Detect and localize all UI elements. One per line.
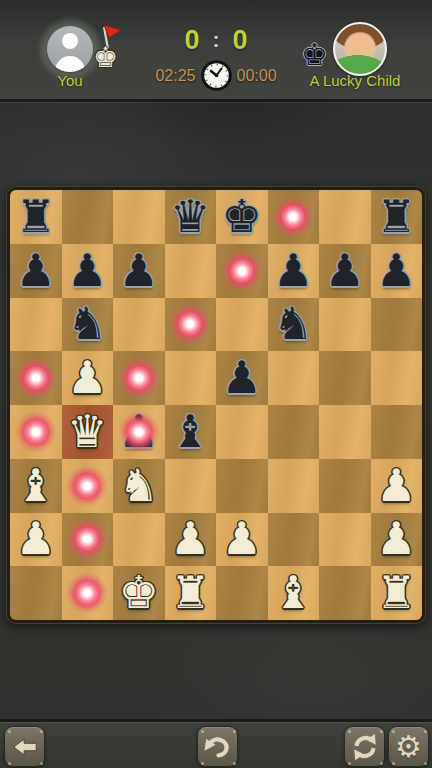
square-a2[interactable]: ♟ [10, 513, 62, 567]
square-g6[interactable] [319, 298, 371, 352]
square-h7[interactable]: ♟ [371, 244, 423, 298]
square-g3[interactable] [319, 459, 371, 513]
piece-white-bishop: ♝ [16, 460, 56, 512]
square-h5[interactable] [371, 351, 423, 405]
piece-white-pawn: ♟ [16, 513, 56, 565]
square-d5[interactable] [165, 351, 217, 405]
piece-black-pawn: ♟ [119, 245, 159, 297]
timer-opponent: 00:00 [237, 67, 277, 85]
square-g8[interactable] [319, 190, 371, 244]
square-f3[interactable] [268, 459, 320, 513]
square-a3[interactable]: ♝ [10, 459, 62, 513]
square-a6[interactable] [10, 298, 62, 352]
piece-white-queen: ♛ [67, 406, 107, 458]
square-g7[interactable]: ♟ [319, 244, 371, 298]
square-g1[interactable] [319, 566, 371, 620]
back-button[interactable] [4, 726, 45, 767]
piece-white-pawn: ♟ [170, 513, 210, 565]
bottom-toolbar: ⚙ [0, 722, 432, 768]
square-h6[interactable] [371, 298, 423, 352]
move-hint-dot [15, 411, 57, 453]
square-e5[interactable]: ♟ [216, 351, 268, 405]
square-f7[interactable]: ♟ [268, 244, 320, 298]
opponent-label: A Lucky Child [290, 72, 420, 89]
move-hint-dot [169, 303, 211, 345]
cycle-arrows-icon [350, 732, 380, 762]
piece-white-rook: ♜ [376, 567, 416, 619]
square-h3[interactable]: ♟ [371, 459, 423, 513]
move-hint-dot [66, 572, 108, 614]
piece-white-pawn: ♟ [67, 352, 107, 404]
square-d7[interactable] [165, 244, 217, 298]
move-hint-dot [66, 465, 108, 507]
square-b1[interactable] [62, 566, 114, 620]
square-f1[interactable]: ♝ [268, 566, 320, 620]
square-e1[interactable] [216, 566, 268, 620]
square-b6[interactable]: ♞ [62, 298, 114, 352]
square-e6[interactable] [216, 298, 268, 352]
left-arrow-icon [10, 732, 40, 762]
chess-board-frame: ♜♛♚♜♟♟♟♟♟♟♞♞♟♟♛♟♝♝♞♟♟♟♟♟♚♜♝♜ [6, 186, 426, 624]
square-c1[interactable]: ♚ [113, 566, 165, 620]
square-d4[interactable]: ♝ [165, 405, 217, 459]
square-e7[interactable] [216, 244, 268, 298]
square-c8[interactable] [113, 190, 165, 244]
square-a5[interactable] [10, 351, 62, 405]
square-e8[interactable]: ♚ [216, 190, 268, 244]
timer-you: 02:25 [155, 67, 195, 85]
move-hint-dot [15, 357, 57, 399]
score-separator: : [213, 28, 220, 52]
top-divider [0, 99, 432, 102]
square-d2[interactable]: ♟ [165, 513, 217, 567]
square-c5[interactable] [113, 351, 165, 405]
piece-black-queen: ♛ [170, 191, 210, 243]
square-d8[interactable]: ♛ [165, 190, 217, 244]
square-d1[interactable]: ♜ [165, 566, 217, 620]
square-h8[interactable]: ♜ [371, 190, 423, 244]
square-c6[interactable] [113, 298, 165, 352]
square-g2[interactable] [319, 513, 371, 567]
black-king-icon: ♚ [301, 38, 328, 72]
square-f4[interactable] [268, 405, 320, 459]
square-c4[interactable]: ♟ [113, 405, 165, 459]
square-g5[interactable] [319, 351, 371, 405]
square-a4[interactable] [10, 405, 62, 459]
move-hint-dot [66, 518, 108, 560]
piece-white-rook: ♜ [170, 567, 210, 619]
settings-button[interactable]: ⚙ [388, 726, 429, 767]
top-bar: ♚ You 0 : 0 02:25 00:00 ♚ A Lucky Child [0, 0, 432, 99]
move-hint-dot [221, 250, 263, 292]
piece-black-knight: ♞ [273, 298, 313, 350]
square-f5[interactable] [268, 351, 320, 405]
score-right: 0 [233, 25, 248, 56]
square-a7[interactable]: ♟ [10, 244, 62, 298]
chess-game-screen: ♚ You 0 : 0 02:25 00:00 ♚ A Lucky Child … [0, 0, 432, 768]
piece-white-king: ♚ [119, 567, 159, 619]
piece-black-pawn: ♟ [16, 245, 56, 297]
bottom-divider [0, 719, 432, 722]
piece-black-knight: ♞ [67, 298, 107, 350]
opponent-avatar[interactable] [333, 22, 387, 76]
piece-black-pawn: ♟ [222, 352, 262, 404]
square-f8[interactable] [268, 190, 320, 244]
square-b3[interactable] [62, 459, 114, 513]
square-h4[interactable] [371, 405, 423, 459]
piece-black-pawn: ♟ [67, 245, 107, 297]
square-e2[interactable]: ♟ [216, 513, 268, 567]
piece-black-pawn: ♟ [376, 245, 416, 297]
clock-icon [200, 59, 233, 92]
piece-white-pawn: ♟ [376, 460, 416, 512]
square-f2[interactable] [268, 513, 320, 567]
square-b8[interactable] [62, 190, 114, 244]
piece-black-pawn: ♟ [273, 245, 313, 297]
score-left: 0 [184, 25, 199, 56]
square-b7[interactable]: ♟ [62, 244, 114, 298]
square-e3[interactable] [216, 459, 268, 513]
move-hint-dot [118, 357, 160, 399]
undo-arrow-icon [203, 732, 233, 762]
move-hint-dot [118, 411, 160, 453]
gear-icon: ⚙ [395, 732, 422, 762]
piece-white-pawn: ♟ [222, 513, 262, 565]
square-d3[interactable] [165, 459, 217, 513]
square-h1[interactable]: ♜ [371, 566, 423, 620]
square-c7[interactable]: ♟ [113, 244, 165, 298]
square-h2[interactable]: ♟ [371, 513, 423, 567]
move-hint-dot [272, 196, 314, 238]
square-d6[interactable] [165, 298, 217, 352]
square-a8[interactable]: ♜ [10, 190, 62, 244]
piece-white-knight: ♞ [119, 460, 159, 512]
square-f6[interactable]: ♞ [268, 298, 320, 352]
piece-black-king: ♚ [222, 191, 262, 243]
square-b4[interactable]: ♛ [62, 405, 114, 459]
flip-board-button[interactable] [344, 726, 385, 767]
piece-white-pawn: ♟ [376, 513, 416, 565]
square-b2[interactable] [62, 513, 114, 567]
square-e4[interactable] [216, 405, 268, 459]
square-c3[interactable]: ♞ [113, 459, 165, 513]
piece-black-rook: ♜ [376, 191, 416, 243]
square-b5[interactable]: ♟ [62, 351, 114, 405]
square-c2[interactable] [113, 513, 165, 567]
chess-board[interactable]: ♜♛♚♜♟♟♟♟♟♟♞♞♟♟♛♟♝♝♞♟♟♟♟♟♚♜♝♜ [10, 190, 422, 620]
undo-button[interactable] [197, 726, 238, 767]
piece-white-bishop: ♝ [273, 567, 313, 619]
piece-black-bishop: ♝ [170, 406, 210, 458]
piece-black-pawn: ♟ [325, 245, 365, 297]
square-a1[interactable] [10, 566, 62, 620]
piece-black-rook: ♜ [16, 191, 56, 243]
square-g4[interactable] [319, 405, 371, 459]
